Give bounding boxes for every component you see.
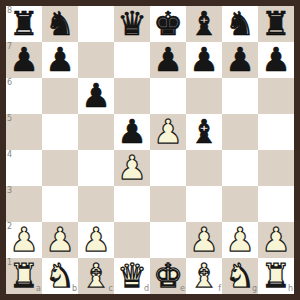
square-g4[interactable]: [222, 150, 258, 186]
white-bishop-c1[interactable]: ♝: [78, 257, 114, 293]
black-bishop-f8[interactable]: ♝: [186, 5, 222, 41]
square-h5[interactable]: [258, 114, 294, 150]
white-pawn-f2[interactable]: ♟: [186, 221, 222, 257]
square-h2[interactable]: ♟: [258, 222, 294, 258]
square-a3[interactable]: 3: [6, 186, 42, 222]
square-b6[interactable]: [42, 78, 78, 114]
square-g2[interactable]: ♟: [222, 222, 258, 258]
square-c7[interactable]: [78, 42, 114, 78]
square-h8[interactable]: ♜: [258, 6, 294, 42]
square-h6[interactable]: [258, 78, 294, 114]
square-b2[interactable]: ♟: [42, 222, 78, 258]
square-d3[interactable]: [114, 186, 150, 222]
square-d2[interactable]: [114, 222, 150, 258]
black-pawn-a7[interactable]: ♟: [6, 41, 42, 77]
square-e2[interactable]: [150, 222, 186, 258]
black-pawn-f7[interactable]: ♟: [186, 41, 222, 77]
square-c3[interactable]: [78, 186, 114, 222]
black-pawn-h7[interactable]: ♟: [258, 41, 294, 77]
black-knight-b8[interactable]: ♞: [42, 5, 78, 41]
white-knight-g1[interactable]: ♞: [222, 257, 258, 293]
square-a8[interactable]: 8♜: [6, 6, 42, 42]
square-a4[interactable]: 4: [6, 150, 42, 186]
rank-label-6: 6: [7, 79, 12, 87]
rank-label-5: 5: [7, 115, 12, 123]
square-c5[interactable]: [78, 114, 114, 150]
square-h4[interactable]: [258, 150, 294, 186]
square-e8[interactable]: ♚: [150, 6, 186, 42]
square-a6[interactable]: 6: [6, 78, 42, 114]
square-e6[interactable]: [150, 78, 186, 114]
white-pawn-h2[interactable]: ♟: [258, 221, 294, 257]
black-pawn-g7[interactable]: ♟: [222, 41, 258, 77]
black-pawn-b7[interactable]: ♟: [42, 41, 78, 77]
square-d1[interactable]: d♛: [114, 258, 150, 294]
black-queen-d8[interactable]: ♛: [114, 5, 150, 41]
rank-label-4: 4: [7, 151, 12, 159]
square-a5[interactable]: 5: [6, 114, 42, 150]
square-d6[interactable]: [114, 78, 150, 114]
square-f8[interactable]: ♝: [186, 6, 222, 42]
chess-board-frame: 8♜♞♛♚♝♞♜7♟♟♟♟♟♟6♟5♟♟♝4♟32♟♟♟♟♟♟1a♜b♞c♝d♛…: [0, 0, 300, 300]
black-rook-h8[interactable]: ♜: [258, 5, 294, 41]
black-rook-a8[interactable]: ♜: [6, 5, 42, 41]
square-e3[interactable]: [150, 186, 186, 222]
white-pawn-g2[interactable]: ♟: [222, 221, 258, 257]
square-g7[interactable]: ♟: [222, 42, 258, 78]
square-e1[interactable]: e♚: [150, 258, 186, 294]
square-g1[interactable]: g♞: [222, 258, 258, 294]
chess-board[interactable]: 8♜♞♛♚♝♞♜7♟♟♟♟♟♟6♟5♟♟♝4♟32♟♟♟♟♟♟1a♜b♞c♝d♛…: [6, 6, 294, 294]
square-c6[interactable]: ♟: [78, 78, 114, 114]
white-bishop-f1[interactable]: ♝: [186, 257, 222, 293]
white-rook-a1[interactable]: ♜: [6, 257, 42, 293]
square-b3[interactable]: [42, 186, 78, 222]
square-b1[interactable]: b♞: [42, 258, 78, 294]
square-g8[interactable]: ♞: [222, 6, 258, 42]
white-rook-h1[interactable]: ♜: [258, 257, 294, 293]
square-h7[interactable]: ♟: [258, 42, 294, 78]
square-c8[interactable]: [78, 6, 114, 42]
square-h1[interactable]: h♜: [258, 258, 294, 294]
square-e5[interactable]: ♟: [150, 114, 186, 150]
square-f6[interactable]: [186, 78, 222, 114]
white-pawn-b2[interactable]: ♟: [42, 221, 78, 257]
square-f1[interactable]: f♝: [186, 258, 222, 294]
black-knight-g8[interactable]: ♞: [222, 5, 258, 41]
square-a2[interactable]: 2♟: [6, 222, 42, 258]
square-f7[interactable]: ♟: [186, 42, 222, 78]
square-d8[interactable]: ♛: [114, 6, 150, 42]
square-b4[interactable]: [42, 150, 78, 186]
black-king-e8[interactable]: ♚: [150, 5, 186, 41]
white-pawn-a2[interactable]: ♟: [6, 221, 42, 257]
black-pawn-c6[interactable]: ♟: [78, 77, 114, 113]
white-pawn-e5[interactable]: ♟: [150, 113, 186, 149]
black-bishop-f5[interactable]: ♝: [186, 113, 222, 149]
black-pawn-d5[interactable]: ♟: [114, 113, 150, 149]
white-king-e1[interactable]: ♚: [150, 257, 186, 293]
square-g5[interactable]: [222, 114, 258, 150]
white-queen-d1[interactable]: ♛: [114, 257, 150, 293]
square-f5[interactable]: ♝: [186, 114, 222, 150]
square-a7[interactable]: 7♟: [6, 42, 42, 78]
white-pawn-c2[interactable]: ♟: [78, 221, 114, 257]
square-g6[interactable]: [222, 78, 258, 114]
square-c2[interactable]: ♟: [78, 222, 114, 258]
square-b5[interactable]: [42, 114, 78, 150]
square-d7[interactable]: [114, 42, 150, 78]
square-a1[interactable]: 1a♜: [6, 258, 42, 294]
square-b7[interactable]: ♟: [42, 42, 78, 78]
rank-label-3: 3: [7, 187, 12, 195]
square-d4[interactable]: ♟: [114, 150, 150, 186]
square-f2[interactable]: ♟: [186, 222, 222, 258]
square-c1[interactable]: c♝: [78, 258, 114, 294]
square-g3[interactable]: [222, 186, 258, 222]
square-c4[interactable]: [78, 150, 114, 186]
white-knight-b1[interactable]: ♞: [42, 257, 78, 293]
square-f3[interactable]: [186, 186, 222, 222]
square-b8[interactable]: ♞: [42, 6, 78, 42]
square-e4[interactable]: [150, 150, 186, 186]
square-e7[interactable]: ♟: [150, 42, 186, 78]
square-f4[interactable]: [186, 150, 222, 186]
black-pawn-e7[interactable]: ♟: [150, 41, 186, 77]
white-pawn-d4[interactable]: ♟: [114, 149, 150, 185]
square-h3[interactable]: [258, 186, 294, 222]
square-d5[interactable]: ♟: [114, 114, 150, 150]
